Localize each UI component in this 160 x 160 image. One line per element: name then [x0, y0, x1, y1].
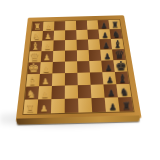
piece-bB: ♝: [112, 39, 124, 49]
piece-bK: ♚: [115, 59, 128, 72]
square[interactable]: [88, 39, 100, 50]
piece-wN: ♞: [31, 32, 43, 41]
square[interactable]: ♝: [26, 74, 40, 87]
square[interactable]: ♟: [40, 62, 53, 74]
piece-wP: ♟: [41, 54, 53, 62]
square[interactable]: ♟: [41, 51, 54, 62]
piece-wB: ♝: [26, 75, 39, 86]
square[interactable]: [91, 85, 105, 99]
square[interactable]: [77, 61, 90, 73]
piece-wN: ♞: [25, 89, 39, 100]
square[interactable]: ♛: [29, 51, 42, 62]
square[interactable]: [87, 20, 99, 30]
square[interactable]: ♟: [102, 72, 116, 85]
piece-bQ: ♛: [113, 49, 125, 61]
square[interactable]: ♟: [39, 74, 52, 87]
square[interactable]: [65, 98, 79, 112]
piece-bN: ♞: [111, 30, 123, 39]
square[interactable]: ♞: [110, 29, 123, 39]
square[interactable]: [54, 21, 65, 31]
square[interactable]: [77, 73, 90, 86]
square[interactable]: ♟: [38, 86, 52, 100]
square[interactable]: [76, 30, 88, 40]
square[interactable]: [77, 50, 89, 61]
square[interactable]: ♞: [25, 86, 39, 100]
square[interactable]: [65, 40, 77, 51]
square[interactable]: [77, 40, 89, 51]
square[interactable]: [65, 73, 78, 86]
piece-bB: ♝: [116, 73, 129, 84]
square[interactable]: ♝: [30, 41, 42, 52]
square[interactable]: [52, 62, 65, 74]
square[interactable]: ♟: [42, 41, 54, 52]
square[interactable]: ♟: [42, 31, 54, 41]
square[interactable]: ♜: [23, 100, 38, 114]
photo-background: ♜♟♟♜♞♟♟♞♝♟♟♝♛♟♟♛♚♟♟♚♝♟♟♝♞♟♟♞♜♟♟♜: [0, 0, 160, 160]
square[interactable]: [65, 50, 77, 61]
piece-wP: ♟: [37, 104, 51, 113]
square[interactable]: [78, 98, 92, 112]
chess-board: ♜♟♟♜♞♟♟♞♝♟♟♝♛♟♟♛♚♟♟♚♝♟♟♝♞♟♟♞♜♟♟♜: [16, 15, 142, 121]
square[interactable]: [87, 30, 99, 40]
square[interactable]: [53, 40, 65, 51]
square[interactable]: [78, 85, 92, 99]
piece-wR: ♜: [23, 104, 37, 114]
chess-scene: ♜♟♟♜♞♟♟♞♝♟♟♝♛♟♟♛♚♟♟♚♝♟♟♝♞♟♟♞♜♟♟♜: [12, 0, 141, 122]
piece-wP: ♟: [38, 91, 52, 100]
square[interactable]: ♜: [108, 20, 120, 30]
piece-bP: ♟: [104, 89, 118, 98]
piece-bR: ♜: [119, 101, 133, 111]
piece-bP: ♟: [106, 103, 120, 112]
square[interactable]: ♜: [32, 22, 44, 32]
square[interactable]: [65, 30, 76, 40]
piece-bP: ♟: [101, 53, 113, 61]
square[interactable]: [90, 72, 104, 85]
square[interactable]: ♚: [27, 62, 40, 74]
square[interactable]: ♝: [115, 72, 129, 85]
square[interactable]: [65, 21, 76, 31]
square[interactable]: ♟: [105, 97, 120, 111]
square[interactable]: ♞: [31, 31, 43, 41]
square[interactable]: [89, 50, 102, 61]
square[interactable]: ♝: [111, 39, 124, 50]
square[interactable]: ♟: [43, 21, 54, 31]
square[interactable]: [51, 99, 65, 113]
square[interactable]: [76, 21, 87, 31]
square[interactable]: ♚: [113, 60, 127, 72]
square[interactable]: [65, 61, 77, 73]
square[interactable]: [51, 86, 64, 100]
square[interactable]: [52, 73, 65, 86]
piece-wK: ♚: [27, 61, 40, 74]
square[interactable]: [54, 30, 65, 40]
square[interactable]: ♜: [118, 97, 133, 111]
square[interactable]: [65, 85, 78, 99]
square[interactable]: ♛: [112, 49, 125, 60]
piece-bN: ♞: [118, 87, 132, 98]
piece-wB: ♝: [30, 41, 42, 51]
square[interactable]: ♞: [116, 84, 131, 97]
piece-wQ: ♛: [28, 51, 40, 63]
piece-bP: ♟: [102, 64, 115, 72]
square[interactable]: [53, 51, 65, 62]
square[interactable]: ♟: [37, 99, 51, 113]
board-grid: ♜♟♟♜♞♟♟♞♝♟♟♝♛♟♟♛♚♟♟♚♝♟♟♝♞♟♟♞♜♟♟♜: [23, 20, 133, 114]
square[interactable]: [89, 61, 102, 73]
square[interactable]: [91, 98, 106, 112]
